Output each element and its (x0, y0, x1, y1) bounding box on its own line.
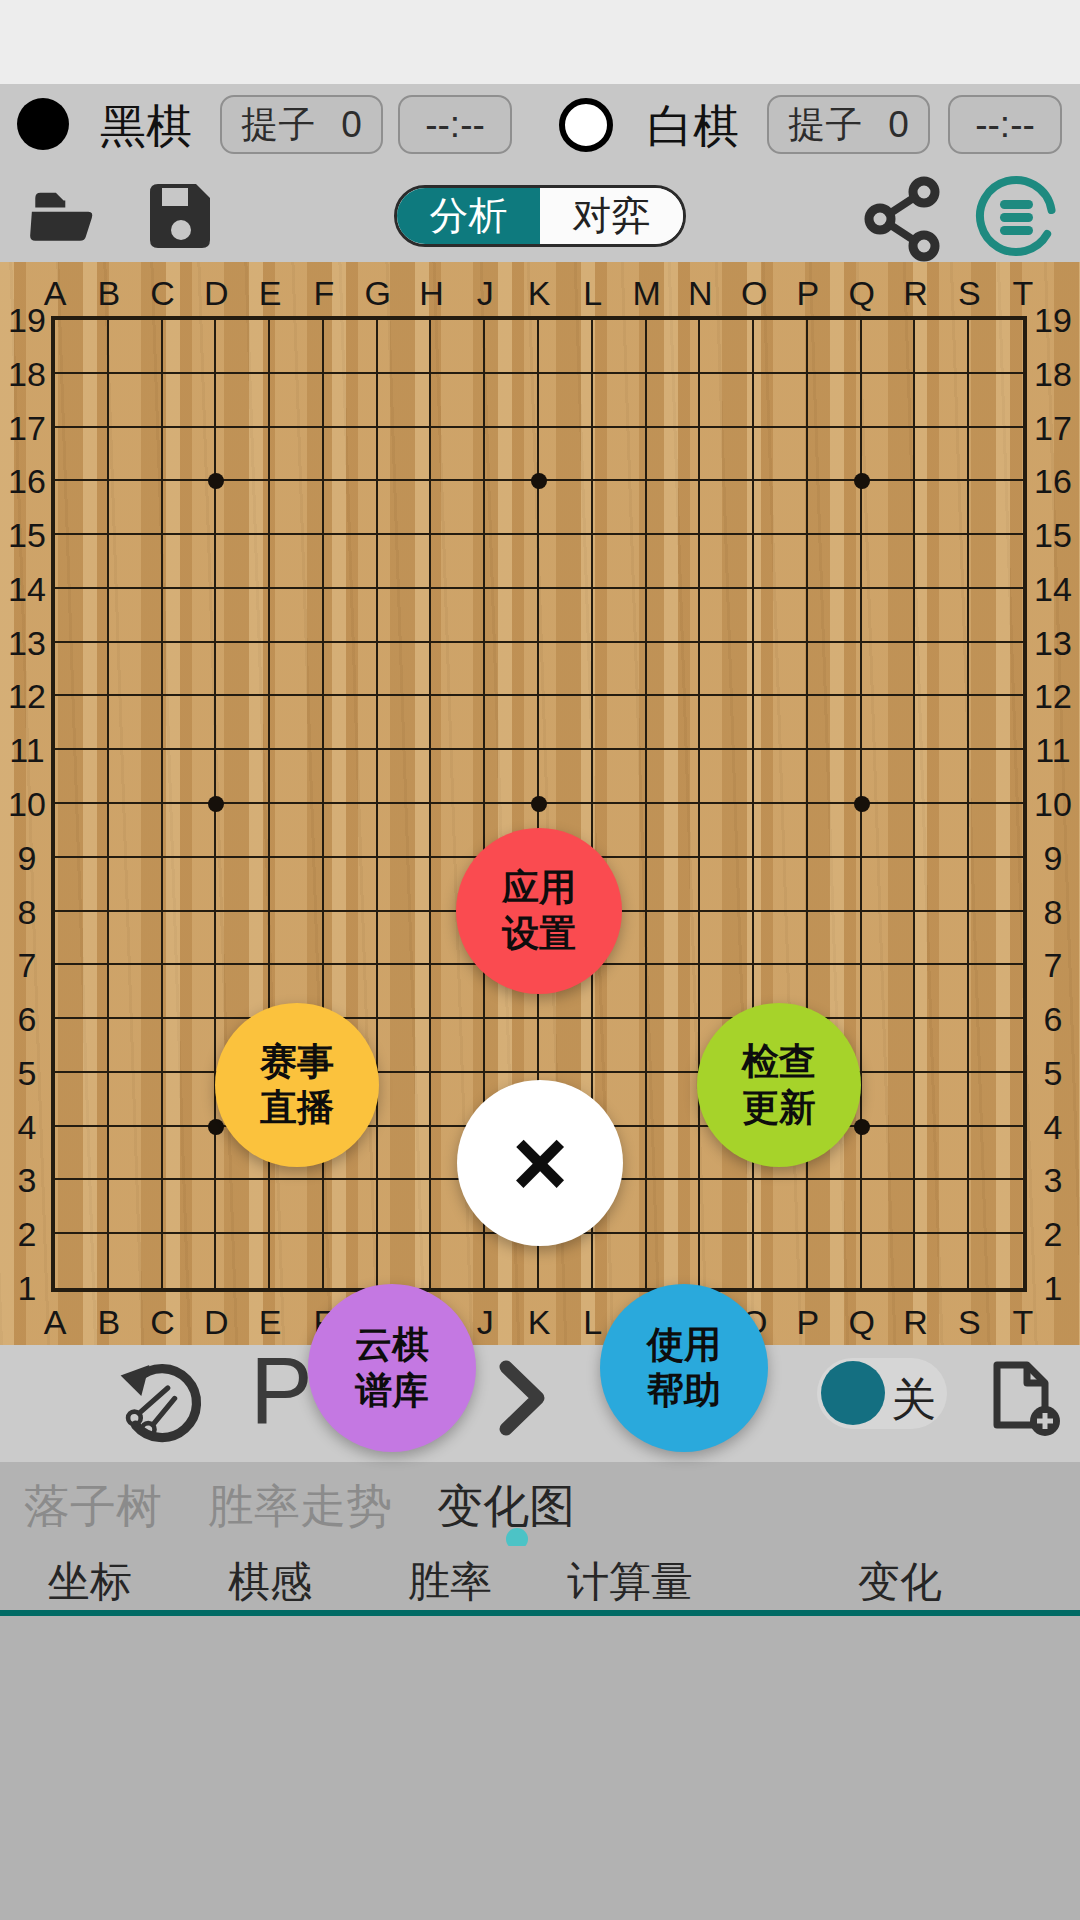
white-captures-count: 0 (888, 104, 909, 146)
coord-number-left: 6 (18, 1000, 37, 1039)
fab-close-button[interactable]: × (457, 1080, 623, 1246)
board-cell (647, 589, 701, 643)
coord-number-right: 18 (1034, 354, 1072, 393)
board-cell (700, 912, 754, 966)
board-cell (969, 481, 1023, 535)
board-cell (862, 320, 916, 374)
board-cell (163, 535, 217, 589)
coord-number-left: 8 (18, 892, 37, 931)
board-cell (700, 589, 754, 643)
board-cell (915, 1180, 969, 1234)
board-cell (915, 750, 969, 804)
fab-help-button[interactable]: 使用帮助 (600, 1284, 768, 1452)
coord-number-left: 9 (18, 838, 37, 877)
coord-letter-top: E (259, 274, 282, 313)
board-cell (109, 1234, 163, 1288)
board-cell (700, 643, 754, 697)
board-cell (163, 374, 217, 428)
board-cell (808, 1234, 862, 1288)
board-cell (969, 320, 1023, 374)
board-cell (915, 1234, 969, 1288)
board-cell (754, 912, 808, 966)
board-cell (270, 804, 324, 858)
coord-number-right: 9 (1044, 838, 1063, 877)
board-cell (216, 535, 270, 589)
coord-letter-top: A (44, 274, 67, 313)
tab-variation-diagram[interactable]: 变化图 (437, 1476, 575, 1538)
share-icon[interactable] (864, 176, 944, 266)
undo-cut-move-icon[interactable] (116, 1357, 208, 1453)
option-variation[interactable]: 变化 (858, 1554, 942, 1610)
board-cell (378, 374, 432, 428)
board-cell (485, 428, 539, 482)
board-cell (55, 804, 109, 858)
fab-label: 检查 (742, 1039, 816, 1085)
board-cell (485, 589, 539, 643)
coord-letter-bottom: Q (848, 1303, 874, 1342)
board-cell (163, 1127, 217, 1181)
fab-label: 使用 (647, 1322, 721, 1368)
board-cell (163, 965, 217, 1019)
board-cell (862, 481, 916, 535)
board-cell (270, 858, 324, 912)
fab-label: 应用 (502, 865, 576, 911)
board-cell (969, 696, 1023, 750)
board-cell (485, 481, 539, 535)
board-cell (754, 589, 808, 643)
black-captures-box: 提子 0 (220, 95, 383, 154)
board-cell (109, 750, 163, 804)
coord-letter-bottom: J (477, 1303, 494, 1342)
hoshi-point (208, 796, 224, 812)
board-cell (700, 428, 754, 482)
board-cell (593, 1234, 647, 1288)
coord-number-left: 10 (8, 785, 46, 824)
board-cell (593, 535, 647, 589)
board-cell (539, 535, 593, 589)
coord-number-right: 19 (1034, 301, 1072, 340)
coord-number-left: 12 (8, 677, 46, 716)
board-cell (55, 1180, 109, 1234)
board-cell (593, 374, 647, 428)
board-cell (216, 481, 270, 535)
board-cell (808, 804, 862, 858)
board-cell (324, 374, 378, 428)
mode-toggle[interactable]: 分析 对弈 (394, 185, 686, 247)
board-cell (700, 481, 754, 535)
board-cell (109, 643, 163, 697)
board-cell (324, 643, 378, 697)
coord-letter-top: Q (848, 274, 874, 313)
fab-check-updates-button[interactable]: 检查更新 (697, 1003, 861, 1167)
board-cell (55, 750, 109, 804)
board-cell (647, 1073, 701, 1127)
board-cell (378, 1073, 432, 1127)
board-cell (324, 804, 378, 858)
board-cell (485, 320, 539, 374)
fab-live-events-button[interactable]: 赛事直播 (215, 1003, 379, 1167)
board-cell (378, 643, 432, 697)
board-cell (808, 643, 862, 697)
empty-panel (0, 1616, 1080, 1920)
hoshi-point (531, 796, 547, 812)
board-cell (55, 320, 109, 374)
board-cell (431, 1019, 485, 1073)
coord-number-right: 13 (1034, 623, 1072, 662)
board-cell (915, 589, 969, 643)
board-cell (324, 481, 378, 535)
board-cell (808, 374, 862, 428)
board-cell (862, 750, 916, 804)
board-cell (593, 643, 647, 697)
board-cell (969, 1180, 1023, 1234)
board-cell (485, 750, 539, 804)
board-cell (431, 535, 485, 589)
coord-letter-top: R (903, 274, 928, 313)
coord-number-right: 16 (1034, 462, 1072, 501)
new-document-icon[interactable] (983, 1355, 1065, 1445)
board-cell (862, 428, 916, 482)
coord-number-right: 3 (1044, 1161, 1063, 1200)
coord-number-left: 19 (8, 301, 46, 340)
board-cell (969, 1073, 1023, 1127)
board-cell (539, 643, 593, 697)
board-cell (216, 750, 270, 804)
board-cell (754, 804, 808, 858)
board-cell (754, 374, 808, 428)
board-cell (593, 481, 647, 535)
board-cell (808, 858, 862, 912)
fab-label: 云棋 (355, 1322, 429, 1368)
board-cell (539, 696, 593, 750)
board-cell (163, 912, 217, 966)
board-cell (808, 428, 862, 482)
pass-button[interactable]: P (250, 1337, 313, 1445)
board-cell (700, 750, 754, 804)
board-cell (378, 696, 432, 750)
board-cell (915, 374, 969, 428)
board-cell (915, 965, 969, 1019)
board-cell (539, 320, 593, 374)
board-cell (216, 804, 270, 858)
board-cell (378, 481, 432, 535)
board-cell (647, 1234, 701, 1288)
board-cell (216, 912, 270, 966)
coord-letter-top: G (364, 274, 390, 313)
board-cell (270, 1234, 324, 1288)
black-player-label: 黑棋 (100, 96, 192, 158)
coord-number-left: 17 (8, 408, 46, 447)
board-cell (163, 481, 217, 535)
board-cell (700, 1180, 754, 1234)
analysis-display-toggle[interactable]: 关 (817, 1358, 947, 1429)
board-cell (324, 589, 378, 643)
board-cell (431, 750, 485, 804)
board-cell (915, 643, 969, 697)
black-clock: --:-- (398, 95, 512, 154)
board-cell (55, 858, 109, 912)
board-cell (808, 750, 862, 804)
board-cell (754, 858, 808, 912)
board-cell (109, 696, 163, 750)
board-cell (915, 1019, 969, 1073)
coord-letter-bottom: C (150, 1303, 175, 1342)
board-cell (915, 481, 969, 535)
hoshi-point (854, 796, 870, 812)
board-cell (270, 1180, 324, 1234)
board-cell (270, 374, 324, 428)
board-cell (324, 1180, 378, 1234)
board-cell (270, 643, 324, 697)
mode-play-button[interactable]: 对弈 (540, 188, 683, 244)
board-cell (754, 1180, 808, 1234)
board-cell (109, 965, 163, 1019)
board-cell (969, 535, 1023, 589)
board-cell (109, 1127, 163, 1181)
option-intuition[interactable]: 棋感 (228, 1554, 312, 1610)
board-cell (378, 804, 432, 858)
coord-letter-bottom: L (583, 1303, 602, 1342)
board-cell (485, 643, 539, 697)
board-cell (862, 912, 916, 966)
board-cell (754, 535, 808, 589)
panel-tabs: 落子树 胜率走势 变化图 (0, 1462, 1080, 1546)
board-cell (647, 320, 701, 374)
board-cell (647, 965, 701, 1019)
coord-number-left: 14 (8, 569, 46, 608)
board-cell (216, 428, 270, 482)
coord-letter-bottom: A (44, 1303, 67, 1342)
board-cell (270, 912, 324, 966)
board-cell (431, 589, 485, 643)
coord-number-left: 18 (8, 354, 46, 393)
board-cell (915, 1073, 969, 1127)
board-cell (163, 1073, 217, 1127)
coord-letter-top: F (313, 274, 334, 313)
board-cell (593, 965, 647, 1019)
board-cell (754, 428, 808, 482)
coord-number-left: 3 (18, 1161, 37, 1200)
board-cell (862, 374, 916, 428)
board-cell (808, 696, 862, 750)
white-stone-icon (559, 98, 613, 152)
board-cell (700, 804, 754, 858)
board-cell (378, 1234, 432, 1288)
option-winrate[interactable]: 胜率 (408, 1554, 492, 1610)
coord-number-left: 16 (8, 462, 46, 501)
board-cell (647, 481, 701, 535)
board-cell (270, 589, 324, 643)
white-captures-label: 提子 (788, 100, 862, 150)
board-cell (647, 1127, 701, 1181)
board-cell (969, 912, 1023, 966)
board-cell (109, 912, 163, 966)
coord-letter-bottom: K (528, 1303, 551, 1342)
tab-move-tree[interactable]: 落子树 (24, 1476, 162, 1538)
fab-label: 谱库 (355, 1368, 429, 1414)
coord-letter-top: L (583, 274, 602, 313)
tab-winrate-trend[interactable]: 胜率走势 (208, 1476, 392, 1538)
board-cell (593, 804, 647, 858)
board-cell (270, 535, 324, 589)
board-cell (378, 589, 432, 643)
bottom-toolbar: P 关 (0, 1345, 1080, 1462)
board-cell (485, 535, 539, 589)
board-cell (216, 858, 270, 912)
coord-number-left: 1 (18, 1269, 37, 1308)
board-cell (431, 481, 485, 535)
board-cell (431, 643, 485, 697)
board-cell (647, 696, 701, 750)
fab-cloud-library-button[interactable]: 云棋谱库 (308, 1284, 476, 1452)
board-cell (431, 428, 485, 482)
board-cell (862, 804, 916, 858)
board-cell (862, 858, 916, 912)
board-cell (378, 320, 432, 374)
coord-number-right: 4 (1044, 1107, 1063, 1146)
board-cell (216, 1180, 270, 1234)
fab-label: 更新 (742, 1085, 816, 1131)
board-cell (969, 750, 1023, 804)
board-cell (593, 750, 647, 804)
board-cell (539, 589, 593, 643)
coord-letter-bottom: E (259, 1303, 282, 1342)
board-cell (163, 750, 217, 804)
coord-letter-bottom: R (903, 1303, 928, 1342)
board-cell (324, 320, 378, 374)
toggle-state-label: 关 (891, 1370, 936, 1430)
coord-number-left: 4 (18, 1107, 37, 1146)
option-tabs: 坐标 棋感 胜率 计算量 变化 (0, 1546, 1080, 1610)
option-coordinates[interactable]: 坐标 (48, 1554, 132, 1610)
board-cell (862, 535, 916, 589)
board-cell (324, 696, 378, 750)
coord-letter-bottom: D (204, 1303, 229, 1342)
coord-number-right: 2 (1044, 1215, 1063, 1254)
board-cell (808, 535, 862, 589)
coord-number-right: 12 (1034, 677, 1072, 716)
board-cell (55, 643, 109, 697)
fab-label: 帮助 (647, 1368, 721, 1414)
board-cell (163, 320, 217, 374)
board-cell (485, 374, 539, 428)
coord-letter-top: H (419, 274, 444, 313)
coord-letter-top: P (797, 274, 820, 313)
hoshi-point (208, 1119, 224, 1135)
board-cell (915, 428, 969, 482)
board-cell (270, 481, 324, 535)
coord-number-right: 6 (1044, 1000, 1063, 1039)
board-cell (163, 804, 217, 858)
board-cell (647, 912, 701, 966)
board-cell (808, 1180, 862, 1234)
coord-number-left: 5 (18, 1053, 37, 1092)
board-cell (378, 1180, 432, 1234)
board-cell (163, 428, 217, 482)
option-computation[interactable]: 计算量 (567, 1554, 693, 1610)
board-cell (969, 858, 1023, 912)
coord-letter-top: O (741, 274, 767, 313)
board-cell (808, 912, 862, 966)
board-cell (378, 750, 432, 804)
open-file-icon[interactable] (26, 186, 96, 250)
board-cell (862, 1180, 916, 1234)
board-cell (647, 858, 701, 912)
coord-letter-bottom: B (97, 1303, 120, 1342)
board-cell (216, 320, 270, 374)
coord-number-left: 15 (8, 516, 46, 555)
board-cell (647, 535, 701, 589)
fab-app-settings-button[interactable]: 应用设置 (456, 828, 622, 994)
coord-number-left: 7 (18, 946, 37, 985)
board-cell (270, 428, 324, 482)
board-cell (324, 535, 378, 589)
board-cell (915, 1127, 969, 1181)
board-cell (969, 1019, 1023, 1073)
board-cell (163, 1180, 217, 1234)
board-cell (539, 750, 593, 804)
board-cell (915, 696, 969, 750)
black-captures-count: 0 (341, 104, 362, 146)
board-cell (969, 428, 1023, 482)
black-stone-icon (17, 98, 69, 150)
menu-icon[interactable] (972, 172, 1060, 264)
board-cell (754, 696, 808, 750)
board-cell (862, 589, 916, 643)
board-cell (431, 804, 485, 858)
board-cell (163, 1234, 217, 1288)
board-cell (431, 320, 485, 374)
board-cell (109, 1180, 163, 1234)
fab-label: × (512, 1115, 568, 1211)
coord-number-right: 17 (1034, 408, 1072, 447)
mode-analysis-button[interactable]: 分析 (397, 188, 540, 244)
board-cell (55, 696, 109, 750)
board-cell (324, 858, 378, 912)
coord-number-right: 15 (1034, 516, 1072, 555)
board-cell (485, 696, 539, 750)
board-cell (754, 643, 808, 697)
coord-number-right: 7 (1044, 946, 1063, 985)
board-cell (55, 912, 109, 966)
board-cell (647, 643, 701, 697)
coord-number-left: 13 (8, 623, 46, 662)
board-cell (593, 696, 647, 750)
board-cell (862, 1073, 916, 1127)
board-cell (324, 912, 378, 966)
board-cell (378, 965, 432, 1019)
board-cell (969, 1127, 1023, 1181)
board-cell (109, 428, 163, 482)
board-cell (378, 1019, 432, 1073)
board-cell (270, 696, 324, 750)
coord-letter-top: C (150, 274, 175, 313)
board-cell (915, 804, 969, 858)
board-cell (915, 858, 969, 912)
board-cell (915, 912, 969, 966)
board-cell (431, 965, 485, 1019)
coord-number-right: 8 (1044, 892, 1063, 931)
board-cell (700, 1234, 754, 1288)
coord-number-right: 14 (1034, 569, 1072, 608)
board-cell (754, 1234, 808, 1288)
board-cell (378, 535, 432, 589)
board-cell (55, 965, 109, 1019)
toggle-knob[interactable] (821, 1361, 885, 1425)
board-cell (700, 535, 754, 589)
next-move-icon[interactable] (496, 1359, 548, 1441)
save-icon[interactable] (150, 182, 212, 252)
